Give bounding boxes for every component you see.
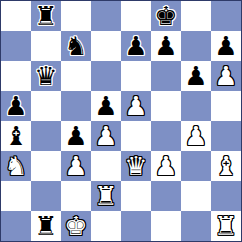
white-pawn: ♟ [154,151,177,181]
square-g3[interactable] [181,151,211,181]
square-h6[interactable]: ♟ [211,61,241,91]
square-h1[interactable]: ♜ [211,211,241,241]
square-e4[interactable] [121,121,151,151]
square-a6[interactable] [1,61,31,91]
square-e6[interactable] [121,61,151,91]
square-b7[interactable] [31,31,61,61]
black-rook: ♜ [34,1,57,31]
square-e3[interactable]: ♛ [121,151,151,181]
square-c4[interactable]: ♟ [61,121,91,151]
square-f2[interactable] [151,181,181,211]
black-bishop: ♝ [4,121,27,151]
square-b4[interactable] [31,121,61,151]
square-h2[interactable] [211,181,241,211]
square-g7[interactable] [181,31,211,61]
square-d1[interactable] [91,211,121,241]
black-queen: ♛ [34,61,57,91]
square-e2[interactable] [121,181,151,211]
square-e8[interactable] [121,1,151,31]
square-a5[interactable]: ♟ [1,91,31,121]
black-pawn: ♟ [4,91,27,121]
square-e7[interactable]: ♟ [121,31,151,61]
square-a2[interactable] [1,181,31,211]
square-f8[interactable]: ♚ [151,1,181,31]
square-d7[interactable] [91,31,121,61]
square-a8[interactable] [1,1,31,31]
square-h8[interactable] [211,1,241,31]
square-f1[interactable] [151,211,181,241]
white-pawn: ♟ [64,151,87,181]
square-a3[interactable]: ♞ [1,151,31,181]
white-pawn: ♟ [94,121,117,151]
square-f5[interactable] [151,91,181,121]
square-b1[interactable]: ♜ [31,211,61,241]
white-pawn: ♟ [184,121,207,151]
square-c7[interactable]: ♞ [61,31,91,61]
square-c3[interactable]: ♟ [61,151,91,181]
white-rook: ♜ [214,211,237,241]
white-bishop: ♝ [214,151,237,181]
black-pawn: ♟ [154,31,177,61]
white-pawn: ♟ [214,61,237,91]
square-b6[interactable]: ♛ [31,61,61,91]
white-queen: ♛ [124,151,147,181]
black-pawn: ♟ [184,61,207,91]
black-king: ♚ [154,1,177,31]
square-a7[interactable] [1,31,31,61]
square-d6[interactable] [91,61,121,91]
white-knight: ♞ [4,151,27,181]
square-f3[interactable]: ♟ [151,151,181,181]
square-c8[interactable] [61,1,91,31]
square-b8[interactable]: ♜ [31,1,61,31]
square-b5[interactable] [31,91,61,121]
square-g8[interactable] [181,1,211,31]
square-d4[interactable]: ♟ [91,121,121,151]
square-b3[interactable] [31,151,61,181]
black-knight: ♞ [64,31,87,61]
square-h7[interactable]: ♟ [211,31,241,61]
square-e5[interactable]: ♟ [121,91,151,121]
square-c6[interactable] [61,61,91,91]
chess-board: ♜♚♞♟♟♟♛♟♟♟♟♟♝♟♟♟♞♟♛♟♝♜♜♚♜ [0,0,242,242]
square-d8[interactable] [91,1,121,31]
square-h5[interactable] [211,91,241,121]
square-g4[interactable]: ♟ [181,121,211,151]
black-pawn: ♟ [64,121,87,151]
square-d2[interactable]: ♜ [91,181,121,211]
square-g5[interactable] [181,91,211,121]
black-pawn: ♟ [94,91,117,121]
square-h3[interactable]: ♝ [211,151,241,181]
square-a1[interactable] [1,211,31,241]
square-g2[interactable] [181,181,211,211]
square-g1[interactable] [181,211,211,241]
square-f6[interactable] [151,61,181,91]
square-e1[interactable] [121,211,151,241]
square-c5[interactable] [61,91,91,121]
square-d5[interactable]: ♟ [91,91,121,121]
square-h4[interactable] [211,121,241,151]
black-pawn: ♟ [214,31,237,61]
white-king: ♚ [64,211,87,241]
white-pawn: ♟ [124,91,147,121]
square-g6[interactable]: ♟ [181,61,211,91]
square-b2[interactable] [31,181,61,211]
square-a4[interactable]: ♝ [1,121,31,151]
square-f4[interactable] [151,121,181,151]
black-pawn: ♟ [124,31,147,61]
black-rook: ♜ [34,211,57,241]
square-f7[interactable]: ♟ [151,31,181,61]
white-rook: ♜ [94,181,117,211]
square-c1[interactable]: ♚ [61,211,91,241]
square-d3[interactable] [91,151,121,181]
square-c2[interactable] [61,181,91,211]
